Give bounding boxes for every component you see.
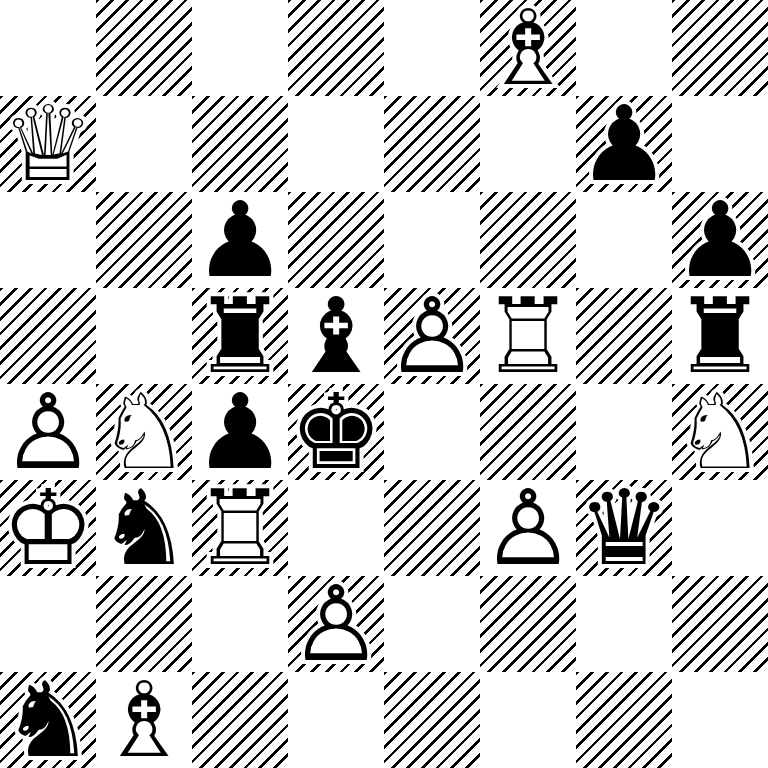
square-b5[interactable] bbox=[96, 288, 192, 384]
piece-glyph: ♘ bbox=[96, 384, 192, 480]
square-c3[interactable]: ♜♖ bbox=[192, 480, 288, 576]
piece-halo: ♜ bbox=[192, 480, 288, 576]
square-d3[interactable] bbox=[288, 480, 384, 576]
white-pawn-icon: ♟♙ bbox=[384, 288, 480, 384]
square-c1[interactable] bbox=[192, 672, 288, 768]
piece-halo: ♛ bbox=[576, 480, 672, 576]
piece-halo: ♟ bbox=[576, 96, 672, 192]
square-h6[interactable]: ♟♟ bbox=[672, 192, 768, 288]
square-d5[interactable]: ♝♝ bbox=[288, 288, 384, 384]
white-bishop-icon: ♝♗ bbox=[96, 672, 192, 768]
square-a4[interactable]: ♟♙ bbox=[0, 384, 96, 480]
black-pawn-icon: ♟♟ bbox=[192, 384, 288, 480]
square-a2[interactable] bbox=[0, 576, 96, 672]
piece-glyph: ♔ bbox=[0, 480, 96, 576]
square-b2[interactable] bbox=[96, 576, 192, 672]
square-h4[interactable]: ♞♘ bbox=[672, 384, 768, 480]
piece-glyph: ♞ bbox=[0, 672, 96, 768]
black-rook-icon: ♜♜ bbox=[192, 288, 288, 384]
piece-glyph: ♙ bbox=[0, 384, 96, 480]
square-f7[interactable] bbox=[480, 96, 576, 192]
piece-halo: ♟ bbox=[384, 288, 480, 384]
square-a3[interactable]: ♚♔ bbox=[0, 480, 96, 576]
square-c6[interactable]: ♟♟ bbox=[192, 192, 288, 288]
piece-halo: ♜ bbox=[192, 288, 288, 384]
piece-halo: ♟ bbox=[480, 480, 576, 576]
piece-glyph: ♗ bbox=[480, 0, 576, 96]
square-a7[interactable]: ♛♕ bbox=[0, 96, 96, 192]
black-rook-icon: ♜♜ bbox=[672, 288, 768, 384]
black-knight-icon: ♞♞ bbox=[96, 480, 192, 576]
piece-halo: ♟ bbox=[192, 192, 288, 288]
square-d6[interactable] bbox=[288, 192, 384, 288]
piece-glyph: ♖ bbox=[192, 480, 288, 576]
square-g6[interactable] bbox=[576, 192, 672, 288]
square-g8[interactable] bbox=[576, 0, 672, 96]
piece-halo: ♚ bbox=[0, 480, 96, 576]
piece-halo: ♞ bbox=[672, 384, 768, 480]
square-h7[interactable] bbox=[672, 96, 768, 192]
piece-halo: ♞ bbox=[96, 384, 192, 480]
square-e4[interactable] bbox=[384, 384, 480, 480]
piece-glyph: ♟ bbox=[576, 96, 672, 192]
piece-glyph: ♗ bbox=[96, 672, 192, 768]
piece-halo: ♞ bbox=[0, 672, 96, 768]
black-pawn-icon: ♟♟ bbox=[192, 192, 288, 288]
square-a8[interactable] bbox=[0, 0, 96, 96]
square-e8[interactable] bbox=[384, 0, 480, 96]
black-pawn-icon: ♟♟ bbox=[576, 96, 672, 192]
square-e7[interactable] bbox=[384, 96, 480, 192]
square-b6[interactable] bbox=[96, 192, 192, 288]
chess-board: ♝♗♛♕♟♟♟♟♟♟♜♜♝♝♟♙♜♖♜♜♟♙♞♘♟♟♚♚♞♘♚♔♞♞♜♖♟♙♛♛… bbox=[0, 0, 768, 768]
white-pawn-icon: ♟♙ bbox=[0, 384, 96, 480]
white-rook-icon: ♜♖ bbox=[480, 288, 576, 384]
white-pawn-icon: ♟♙ bbox=[288, 576, 384, 672]
square-h3[interactable] bbox=[672, 480, 768, 576]
square-b8[interactable] bbox=[96, 0, 192, 96]
black-bishop-icon: ♝♝ bbox=[288, 288, 384, 384]
white-rook-icon: ♜♖ bbox=[192, 480, 288, 576]
square-g1[interactable] bbox=[576, 672, 672, 768]
piece-glyph: ♟ bbox=[192, 192, 288, 288]
black-pawn-icon: ♟♟ bbox=[672, 192, 768, 288]
square-f3[interactable]: ♟♙ bbox=[480, 480, 576, 576]
square-d2[interactable]: ♟♙ bbox=[288, 576, 384, 672]
piece-glyph: ♞ bbox=[96, 480, 192, 576]
square-g5[interactable] bbox=[576, 288, 672, 384]
piece-glyph: ♜ bbox=[672, 288, 768, 384]
square-b1[interactable]: ♝♗ bbox=[96, 672, 192, 768]
white-knight-icon: ♞♘ bbox=[672, 384, 768, 480]
square-c5[interactable]: ♜♜ bbox=[192, 288, 288, 384]
square-c4[interactable]: ♟♟ bbox=[192, 384, 288, 480]
piece-glyph: ♘ bbox=[672, 384, 768, 480]
black-king-icon: ♚♚ bbox=[288, 384, 384, 480]
piece-glyph: ♙ bbox=[480, 480, 576, 576]
square-d7[interactable] bbox=[288, 96, 384, 192]
piece-glyph: ♟ bbox=[672, 192, 768, 288]
square-f6[interactable] bbox=[480, 192, 576, 288]
piece-glyph: ♚ bbox=[288, 384, 384, 480]
square-b7[interactable] bbox=[96, 96, 192, 192]
square-e5[interactable]: ♟♙ bbox=[384, 288, 480, 384]
black-queen-icon: ♛♛ bbox=[576, 480, 672, 576]
square-e3[interactable] bbox=[384, 480, 480, 576]
square-c8[interactable] bbox=[192, 0, 288, 96]
square-e2[interactable] bbox=[384, 576, 480, 672]
square-f1[interactable] bbox=[480, 672, 576, 768]
piece-glyph: ♛ bbox=[576, 480, 672, 576]
piece-halo: ♝ bbox=[480, 0, 576, 96]
square-d4[interactable]: ♚♚ bbox=[288, 384, 384, 480]
black-knight-icon: ♞♞ bbox=[0, 672, 96, 768]
square-f2[interactable] bbox=[480, 576, 576, 672]
square-e6[interactable] bbox=[384, 192, 480, 288]
square-d1[interactable] bbox=[288, 672, 384, 768]
square-f5[interactable]: ♜♖ bbox=[480, 288, 576, 384]
piece-halo: ♟ bbox=[288, 576, 384, 672]
square-g2[interactable] bbox=[576, 576, 672, 672]
square-h5[interactable]: ♜♜ bbox=[672, 288, 768, 384]
square-a5[interactable] bbox=[0, 288, 96, 384]
piece-halo: ♟ bbox=[0, 384, 96, 480]
square-b3[interactable]: ♞♞ bbox=[96, 480, 192, 576]
piece-halo: ♜ bbox=[672, 288, 768, 384]
square-a1[interactable]: ♞♞ bbox=[0, 672, 96, 768]
square-c2[interactable] bbox=[192, 576, 288, 672]
piece-halo: ♟ bbox=[192, 384, 288, 480]
piece-glyph: ♜ bbox=[192, 288, 288, 384]
piece-halo: ♝ bbox=[288, 288, 384, 384]
square-g3[interactable]: ♛♛ bbox=[576, 480, 672, 576]
square-h1[interactable] bbox=[672, 672, 768, 768]
square-d8[interactable] bbox=[288, 0, 384, 96]
white-queen-icon: ♛♕ bbox=[0, 96, 96, 192]
piece-halo: ♛ bbox=[0, 96, 96, 192]
white-knight-icon: ♞♘ bbox=[96, 384, 192, 480]
piece-glyph: ♝ bbox=[288, 288, 384, 384]
piece-glyph: ♙ bbox=[288, 576, 384, 672]
square-f8[interactable]: ♝♗ bbox=[480, 0, 576, 96]
square-g4[interactable] bbox=[576, 384, 672, 480]
square-g7[interactable]: ♟♟ bbox=[576, 96, 672, 192]
white-bishop-icon: ♝♗ bbox=[480, 0, 576, 96]
piece-halo: ♟ bbox=[672, 192, 768, 288]
piece-halo: ♜ bbox=[480, 288, 576, 384]
piece-glyph: ♕ bbox=[0, 96, 96, 192]
square-b4[interactable]: ♞♘ bbox=[96, 384, 192, 480]
piece-glyph: ♖ bbox=[480, 288, 576, 384]
square-c7[interactable] bbox=[192, 96, 288, 192]
piece-glyph: ♙ bbox=[384, 288, 480, 384]
piece-halo: ♝ bbox=[96, 672, 192, 768]
square-h8[interactable] bbox=[672, 0, 768, 96]
piece-glyph: ♟ bbox=[192, 384, 288, 480]
piece-halo: ♞ bbox=[96, 480, 192, 576]
square-h2[interactable] bbox=[672, 576, 768, 672]
square-e1[interactable] bbox=[384, 672, 480, 768]
white-king-icon: ♚♔ bbox=[0, 480, 96, 576]
square-a6[interactable] bbox=[0, 192, 96, 288]
square-f4[interactable] bbox=[480, 384, 576, 480]
piece-halo: ♚ bbox=[288, 384, 384, 480]
white-pawn-icon: ♟♙ bbox=[480, 480, 576, 576]
